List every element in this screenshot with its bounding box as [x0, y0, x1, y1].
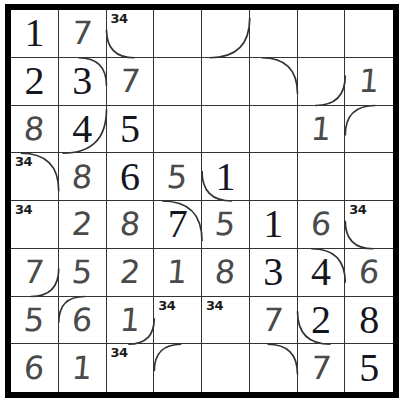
- sudoku-board: 1734237184513486513428751634752183465613…: [5, 4, 399, 398]
- given-digit: 2: [311, 300, 331, 340]
- cell-r4c8[interactable]: [345, 153, 393, 201]
- entered-digit: 1: [309, 113, 332, 145]
- cell-r1c6[interactable]: [250, 10, 298, 58]
- cell-r3c2[interactable]: 4: [59, 106, 107, 154]
- cell-r8c8[interactable]: 5: [345, 344, 393, 392]
- entered-digit: 5: [71, 256, 94, 288]
- cell-r4c1[interactable]: 34: [11, 153, 59, 201]
- cell-r6c1[interactable]: 7: [11, 249, 59, 297]
- cell-r6c7[interactable]: 4: [298, 249, 346, 297]
- cell-r8c5[interactable]: [202, 344, 250, 392]
- cell-r5c4[interactable]: 7: [154, 201, 202, 249]
- cell-r7c1[interactable]: 5: [11, 297, 59, 345]
- cell-r7c2[interactable]: 6: [59, 297, 107, 345]
- cell-r5c1[interactable]: 34: [11, 201, 59, 249]
- pencil-mark: 34: [15, 203, 32, 216]
- cell-r7c7[interactable]: 2: [298, 297, 346, 345]
- cell-r2c8[interactable]: 1: [345, 58, 393, 106]
- given-digit: 4: [72, 109, 92, 149]
- cell-r8c6[interactable]: [250, 344, 298, 392]
- cell-r7c8[interactable]: 8: [345, 297, 393, 345]
- pencil-mark: 34: [111, 12, 128, 25]
- puzzle-page: 1734237184513486513428751634752183465613…: [0, 0, 406, 404]
- cell-r1c2[interactable]: 7: [59, 10, 107, 58]
- cell-r8c2[interactable]: 1: [59, 344, 107, 392]
- entered-digit: 7: [262, 304, 285, 336]
- cell-r3c5[interactable]: [202, 106, 250, 154]
- cell-r3c6[interactable]: [250, 106, 298, 154]
- given-digit: 8: [359, 300, 379, 340]
- entered-digit: 7: [309, 352, 332, 384]
- given-digit: 2: [24, 61, 44, 101]
- cell-r4c3[interactable]: 6: [107, 153, 155, 201]
- cell-r4c2[interactable]: 8: [59, 153, 107, 201]
- entered-digit: 8: [23, 113, 46, 145]
- given-digit: 7: [168, 204, 188, 244]
- cell-r7c6[interactable]: 7: [250, 297, 298, 345]
- cell-r6c3[interactable]: 2: [107, 249, 155, 297]
- entered-digit: 1: [71, 352, 94, 384]
- cell-r1c8[interactable]: [345, 10, 393, 58]
- cell-r7c5[interactable]: 34: [202, 297, 250, 345]
- cell-r7c4[interactable]: 34: [154, 297, 202, 345]
- cell-r8c1[interactable]: 6: [11, 344, 59, 392]
- pencil-mark: 34: [111, 346, 128, 359]
- cell-r3c8[interactable]: [345, 106, 393, 154]
- pencil-mark: 34: [158, 299, 175, 312]
- entered-digit: 2: [118, 256, 141, 288]
- entered-digit: 5: [23, 304, 46, 336]
- cell-r2c2[interactable]: 3: [59, 58, 107, 106]
- cell-r3c4[interactable]: [154, 106, 202, 154]
- given-digit: 4: [311, 252, 331, 292]
- cell-r1c1[interactable]: 1: [11, 10, 59, 58]
- given-digit: 1: [263, 204, 283, 244]
- cell-r8c7[interactable]: 7: [298, 344, 346, 392]
- entered-digit: 6: [358, 256, 381, 288]
- entered-digit: 6: [23, 352, 46, 384]
- cell-r6c5[interactable]: 8: [202, 249, 250, 297]
- given-digit: 5: [359, 348, 379, 388]
- given-digit: 5: [120, 109, 140, 149]
- given-digit: 3: [263, 252, 283, 292]
- pencil-mark: 34: [349, 203, 366, 216]
- entered-digit: 1: [358, 65, 381, 97]
- entered-digit: 7: [23, 256, 46, 288]
- cell-r1c7[interactable]: [298, 10, 346, 58]
- cell-r6c6[interactable]: 3: [250, 249, 298, 297]
- cell-r2c3[interactable]: 7: [107, 58, 155, 106]
- entered-digit: 7: [118, 65, 141, 97]
- given-digit: 3: [72, 61, 92, 101]
- entered-digit: 6: [71, 304, 94, 336]
- given-digit: 1: [215, 157, 235, 197]
- cell-r3c1[interactable]: 8: [11, 106, 59, 154]
- cell-r3c3[interactable]: 5: [107, 106, 155, 154]
- given-digit: 1: [24, 13, 44, 53]
- entered-digit: 8: [118, 208, 141, 240]
- cell-r5c3[interactable]: 8: [107, 201, 155, 249]
- entered-digit: 8: [71, 161, 94, 193]
- cell-r5c8[interactable]: 34: [345, 201, 393, 249]
- cell-r4c4[interactable]: 5: [154, 153, 202, 201]
- cell-r8c4[interactable]: [154, 344, 202, 392]
- cell-r2c5[interactable]: [202, 58, 250, 106]
- cell-r2c4[interactable]: [154, 58, 202, 106]
- cell-r2c6[interactable]: [250, 58, 298, 106]
- cell-r4c7[interactable]: [298, 153, 346, 201]
- entered-digit: 2: [71, 208, 94, 240]
- entered-digit: 5: [214, 208, 237, 240]
- entered-digit: 7: [71, 17, 94, 49]
- entered-digit: 1: [166, 256, 189, 288]
- cell-r2c7[interactable]: [298, 58, 346, 106]
- cell-r7c3[interactable]: 1: [107, 297, 155, 345]
- cell-r6c4[interactable]: 1: [154, 249, 202, 297]
- entered-digit: 5: [166, 161, 189, 193]
- cell-r6c8[interactable]: 6: [345, 249, 393, 297]
- cell-r5c5[interactable]: 5: [202, 201, 250, 249]
- pencil-mark: 34: [15, 155, 32, 168]
- cell-r8c3[interactable]: 34: [107, 344, 155, 392]
- cell-r5c6[interactable]: 1: [250, 201, 298, 249]
- cell-r5c2[interactable]: 2: [59, 201, 107, 249]
- cell-r1c5[interactable]: [202, 10, 250, 58]
- cell-r1c4[interactable]: [154, 10, 202, 58]
- entered-digit: 1: [118, 304, 141, 336]
- entered-digit: 8: [214, 256, 237, 288]
- cell-r3c7[interactable]: 1: [298, 106, 346, 154]
- pencil-mark: 34: [206, 299, 223, 312]
- cell-r6c2[interactable]: 5: [59, 249, 107, 297]
- cell-r4c6[interactable]: [250, 153, 298, 201]
- entered-digit: 6: [309, 208, 332, 240]
- cell-r1c3[interactable]: 34: [107, 10, 155, 58]
- given-digit: 6: [120, 157, 140, 197]
- cell-r5c7[interactable]: 6: [298, 201, 346, 249]
- cell-r2c1[interactable]: 2: [11, 58, 59, 106]
- cell-r4c5[interactable]: 1: [202, 153, 250, 201]
- cell-grid: 1734237184513486513428751634752183465613…: [11, 10, 393, 392]
